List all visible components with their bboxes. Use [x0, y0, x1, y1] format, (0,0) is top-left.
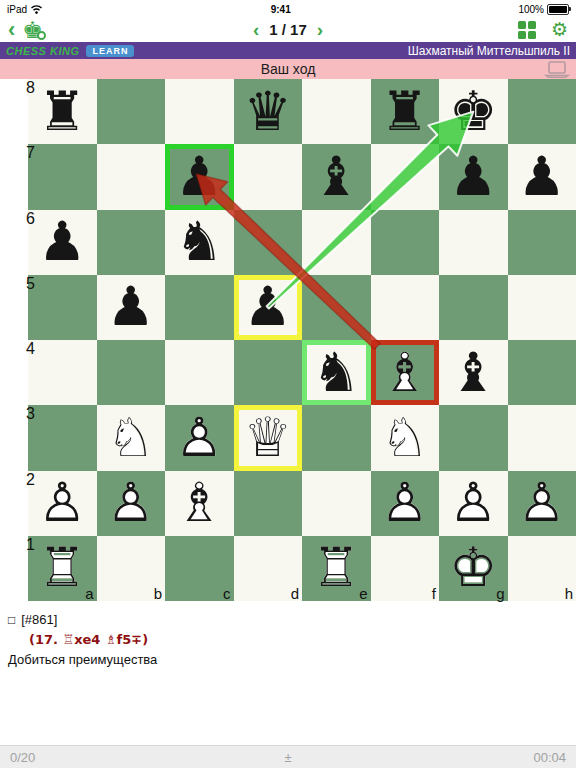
- white-queen-d3[interactable]: ♛♕: [234, 405, 303, 470]
- settings-gear-icon[interactable]: ⚙: [551, 20, 568, 39]
- square-f7[interactable]: [371, 144, 440, 209]
- rank-label-6: 6: [26, 210, 35, 228]
- square-a8[interactable]: 8♜: [28, 79, 97, 144]
- white-bishop-c2[interactable]: ♝♗: [165, 471, 234, 536]
- square-b6[interactable]: [97, 210, 166, 275]
- turn-bar: Ваш ход: [0, 59, 576, 79]
- square-h8[interactable]: [508, 79, 576, 144]
- prev-puzzle-button[interactable]: ‹: [253, 20, 259, 40]
- square-g5[interactable]: [439, 275, 508, 340]
- square-e3[interactable]: [302, 405, 371, 470]
- back-button[interactable]: ‹: [8, 20, 15, 40]
- square-e1[interactable]: e♜♖: [302, 536, 371, 601]
- puzzle-page-indicator: 1 / 17: [269, 21, 307, 38]
- board-area: 8♜♛♜♚7♟♝♟♟6♟♞5♟♟4♞♝♗♝3♞♘♟♙♛♕♞♘2♟♙♟♙♝♗♟♙♟…: [0, 79, 576, 601]
- white-pawn-c3[interactable]: ♟♙: [165, 405, 234, 470]
- black-pawn-c7[interactable]: ♟: [165, 144, 234, 209]
- square-h3[interactable]: [508, 405, 576, 470]
- evaluation-symbol: ±: [284, 750, 291, 765]
- white-bishop-f4[interactable]: ♝♗: [371, 340, 440, 405]
- square-f1[interactable]: f: [371, 536, 440, 601]
- black-king-g8[interactable]: ♚: [439, 79, 508, 144]
- square-c7[interactable]: ♟: [165, 144, 234, 209]
- square-d6[interactable]: [234, 210, 303, 275]
- black-pawn-d5[interactable]: ♟: [234, 275, 303, 340]
- square-c6[interactable]: ♞: [165, 210, 234, 275]
- puzzle-grid-button[interactable]: [518, 21, 536, 39]
- square-a3[interactable]: 3: [28, 405, 97, 470]
- square-c2[interactable]: ♝♗: [165, 471, 234, 536]
- square-f4[interactable]: ♝♗: [371, 340, 440, 405]
- status-bar: iPad 9:41 100%: [0, 0, 576, 17]
- rank-label-1: 1: [26, 536, 35, 554]
- white-pawn-a2[interactable]: ♟♙: [28, 471, 97, 536]
- file-label-b: b: [154, 585, 162, 602]
- white-knight-b3[interactable]: ♞♘: [97, 405, 166, 470]
- device-label: iPad: [7, 4, 27, 15]
- square-e8[interactable]: [302, 79, 371, 144]
- info-panel: □ [#861] (17. ♖xe4 ♗f5∓) Добиться преиму…: [0, 601, 576, 667]
- square-g6[interactable]: [439, 210, 508, 275]
- clock: 9:41: [271, 4, 291, 15]
- square-b4[interactable]: [97, 340, 166, 405]
- course-title: Шахматный Миттельшпиль II: [408, 44, 570, 58]
- white-to-move-icon: □: [8, 614, 15, 626]
- square-a7[interactable]: 7: [28, 144, 97, 209]
- square-f6[interactable]: [371, 210, 440, 275]
- file-label-h: h: [565, 585, 573, 602]
- black-pawn-b5[interactable]: ♟: [97, 275, 166, 340]
- square-g8[interactable]: ♚: [439, 79, 508, 144]
- square-b3[interactable]: ♞♘: [97, 405, 166, 470]
- white-pawn-b2[interactable]: ♟♙: [97, 471, 166, 536]
- square-g2[interactable]: ♟♙: [439, 471, 508, 536]
- square-c5[interactable]: [165, 275, 234, 340]
- black-knight-c6[interactable]: ♞: [165, 210, 234, 275]
- chess-board: 8♜♛♜♚7♟♝♟♟6♟♞5♟♟4♞♝♗♝3♞♘♟♙♛♕♞♘2♟♙♟♙♝♗♟♙♟…: [28, 79, 576, 601]
- square-e2[interactable]: [302, 471, 371, 536]
- square-h6[interactable]: [508, 210, 576, 275]
- square-d8[interactable]: ♛: [234, 79, 303, 144]
- square-d3[interactable]: ♛♕: [234, 405, 303, 470]
- square-e6[interactable]: [302, 210, 371, 275]
- brand-bar: CHESS KING LEARN Шахматный Миттельшпиль …: [0, 42, 576, 59]
- black-pawn-g7[interactable]: ♟: [439, 144, 508, 209]
- file-label-c: c: [223, 585, 231, 602]
- square-g1[interactable]: g♚♔: [439, 536, 508, 601]
- square-d4[interactable]: [234, 340, 303, 405]
- square-h1[interactable]: h: [508, 536, 576, 601]
- square-b8[interactable]: [97, 79, 166, 144]
- learn-badge: LEARN: [86, 45, 134, 57]
- square-a4[interactable]: 4: [28, 340, 97, 405]
- timer: 00:04: [533, 750, 566, 765]
- black-bishop-g4[interactable]: ♝: [439, 340, 508, 405]
- file-label-a: a: [85, 585, 93, 602]
- black-rook-a8[interactable]: ♜: [28, 79, 97, 144]
- square-h2[interactable]: ♟♙: [508, 471, 576, 536]
- square-b1[interactable]: b: [97, 536, 166, 601]
- black-pawn-h7[interactable]: ♟: [508, 144, 576, 209]
- next-puzzle-button[interactable]: ›: [317, 20, 323, 40]
- square-c4[interactable]: [165, 340, 234, 405]
- white-knight-f3[interactable]: ♞♘: [371, 405, 440, 470]
- black-queen-d8[interactable]: ♛: [234, 79, 303, 144]
- square-e7[interactable]: ♝: [302, 144, 371, 209]
- square-g4[interactable]: ♝: [439, 340, 508, 405]
- square-d2[interactable]: [234, 471, 303, 536]
- square-h5[interactable]: [508, 275, 576, 340]
- square-a1[interactable]: 1a♜♖: [28, 536, 97, 601]
- black-rook-f8[interactable]: ♜: [371, 79, 440, 144]
- rank-label-7: 7: [26, 144, 35, 162]
- square-e4[interactable]: ♞: [302, 340, 371, 405]
- white-pawn-h2[interactable]: ♟♙: [508, 471, 576, 536]
- white-pawn-f2[interactable]: ♟♙: [371, 471, 440, 536]
- variation-line: (17. ♖xe4 ♗f5∓): [29, 632, 568, 647]
- file-label-f: f: [432, 585, 436, 602]
- file-label-d: d: [291, 585, 299, 602]
- square-a5[interactable]: 5: [28, 275, 97, 340]
- battery-icon: [547, 4, 569, 15]
- puzzle-number: [#861]: [21, 612, 57, 627]
- wifi-icon: [30, 4, 43, 14]
- footer-bar: 0/20 ± 00:04: [0, 745, 576, 768]
- square-c3[interactable]: ♟♙: [165, 405, 234, 470]
- black-pawn-a6[interactable]: ♟: [28, 210, 97, 275]
- square-a6[interactable]: 6♟: [28, 210, 97, 275]
- black-knight-e4[interactable]: ♞: [302, 340, 371, 405]
- square-f2[interactable]: ♟♙: [371, 471, 440, 536]
- chess-king-logo-icon[interactable]: ♚: [22, 19, 43, 41]
- progress-counter: 0/20: [10, 750, 35, 765]
- square-c1[interactable]: c: [165, 536, 234, 601]
- file-label-g: g: [496, 585, 504, 602]
- turn-label: Ваш ход: [261, 61, 316, 77]
- nav-bar: ‹ ♚ ‹ 1 / 17 › ⚙: [0, 17, 576, 42]
- rank-label-5: 5: [26, 275, 35, 293]
- square-d7[interactable]: [234, 144, 303, 209]
- battery-percent: 100%: [518, 4, 544, 15]
- rank-label-8: 8: [26, 79, 35, 97]
- square-e5[interactable]: [302, 275, 371, 340]
- computer-opponent-icon[interactable]: [544, 61, 570, 78]
- square-c8[interactable]: [165, 79, 234, 144]
- rank-label-4: 4: [26, 340, 35, 358]
- square-f8[interactable]: ♜: [371, 79, 440, 144]
- square-g7[interactable]: ♟: [439, 144, 508, 209]
- white-pawn-g2[interactable]: ♟♙: [439, 471, 508, 536]
- app-name: CHESS KING: [6, 45, 79, 57]
- square-d5[interactable]: ♟: [234, 275, 303, 340]
- square-f3[interactable]: ♞♘: [371, 405, 440, 470]
- square-b2[interactable]: ♟♙: [97, 471, 166, 536]
- rank-label-2: 2: [26, 471, 35, 489]
- file-label-e: e: [359, 585, 367, 602]
- rank-label-3: 3: [26, 405, 35, 423]
- square-b5[interactable]: ♟: [97, 275, 166, 340]
- black-bishop-e7[interactable]: ♝: [302, 144, 371, 209]
- square-f5[interactable]: [371, 275, 440, 340]
- square-h4[interactable]: [508, 340, 576, 405]
- square-h7[interactable]: ♟: [508, 144, 576, 209]
- goal-text: Добиться преимущества: [8, 652, 568, 667]
- square-d1[interactable]: d: [234, 536, 303, 601]
- square-g3[interactable]: [439, 405, 508, 470]
- square-b7[interactable]: [97, 144, 166, 209]
- square-a2[interactable]: 2♟♙: [28, 471, 97, 536]
